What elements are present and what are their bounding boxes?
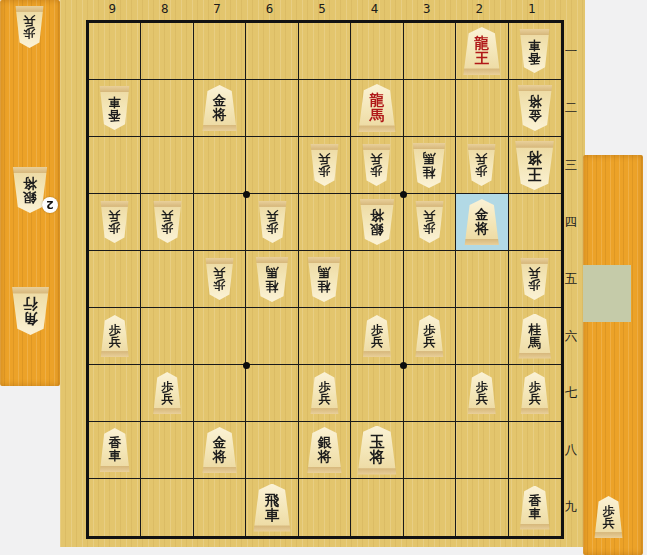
piece-kanji: 桂: [266, 279, 279, 292]
board-panel: 987654321 一二三四五六七八九 龍王香車香車金将龍馬金将歩兵歩兵桂馬歩兵…: [60, 0, 585, 547]
square-34[interactable]: 歩兵: [404, 194, 456, 251]
square-58[interactable]: 銀将: [299, 422, 351, 479]
piece-kanji: 兵: [476, 153, 488, 165]
piece-kanji: 歩: [161, 222, 173, 234]
piece-kanji: 兵: [109, 210, 121, 222]
square-75[interactable]: 歩兵: [194, 251, 246, 308]
piece-pawn-64[interactable]: 歩兵: [257, 201, 288, 243]
rank-label-3: 三: [561, 137, 581, 194]
piece-pawn-36[interactable]: 歩兵: [414, 315, 445, 357]
square-65[interactable]: 桂馬: [246, 251, 298, 308]
square-42[interactable]: 龍馬: [351, 80, 403, 137]
square-89[interactable]: [141, 479, 193, 536]
hand-count-badge: 2: [42, 197, 58, 213]
piece-king-13[interactable]: 王将: [513, 141, 556, 190]
square-96[interactable]: 歩兵: [89, 308, 141, 365]
square-27[interactable]: 歩兵: [456, 365, 508, 422]
piece-lance-19[interactable]: 香車: [518, 486, 551, 530]
square-94[interactable]: 歩兵: [89, 194, 141, 251]
square-33[interactable]: 桂馬: [404, 137, 456, 194]
square-24[interactable]: 金将: [456, 194, 508, 251]
gote-hand-pawn[interactable]: 歩兵: [14, 6, 45, 48]
piece-pawn-34[interactable]: 歩兵: [414, 201, 445, 243]
piece-kanji: 龍: [370, 93, 385, 108]
piece-dragon-king-21[interactable]: 龍王: [461, 27, 502, 75]
piece-kanji: 歩: [214, 279, 226, 291]
rank-label-7: 七: [561, 365, 581, 422]
piece-kanji: 兵: [318, 153, 330, 165]
square-62[interactable]: [246, 80, 298, 137]
square-46[interactable]: 歩兵: [351, 308, 403, 365]
square-86[interactable]: [141, 308, 193, 365]
square-61[interactable]: [246, 23, 298, 80]
piece-kanji: 将: [475, 222, 489, 236]
piece-pawn-94[interactable]: 歩兵: [99, 201, 130, 243]
piece-kanji: 銀: [23, 190, 37, 204]
rank-label-4: 四: [561, 194, 581, 251]
piece-pawn-96[interactable]: 歩兵: [99, 315, 130, 357]
piece-kanji: 龍: [475, 36, 490, 51]
piece-silver-44[interactable]: 銀将: [358, 199, 396, 245]
file-label-9: 9: [86, 1, 138, 18]
piece-kanji: 桂: [318, 279, 331, 292]
file-label-8: 8: [138, 1, 190, 18]
piece-pawn-43[interactable]: 歩兵: [361, 144, 392, 186]
selected-hand-slot[interactable]: [583, 265, 631, 322]
rank-label-8: 八: [561, 422, 581, 479]
piece-knight-65[interactable]: 桂馬: [254, 257, 290, 302]
square-19[interactable]: 香車: [509, 479, 561, 536]
square-49[interactable]: [351, 479, 403, 536]
square-97[interactable]: [89, 365, 141, 422]
piece-kanji: 歩: [423, 222, 435, 234]
square-72[interactable]: 金将: [194, 80, 246, 137]
star-point: [400, 362, 407, 369]
piece-pawn-84[interactable]: 歩兵: [152, 201, 183, 243]
shogi-app: 歩兵銀将2角行 987654321 一二三四五六七八九 龍王香車香車金将龍馬金将…: [0, 0, 647, 555]
piece-kanji: 兵: [161, 393, 173, 405]
square-17[interactable]: 歩兵: [509, 365, 561, 422]
square-74[interactable]: [194, 194, 246, 251]
square-23[interactable]: 歩兵: [456, 137, 508, 194]
piece-kanji: 車: [108, 450, 121, 463]
piece-kanji: 将: [369, 450, 384, 465]
piece-kanji: 将: [23, 176, 37, 190]
piece-kanji: 馬: [528, 336, 541, 349]
file-label-7: 7: [191, 1, 243, 18]
square-93[interactable]: [89, 137, 141, 194]
piece-lance-92[interactable]: 香車: [98, 86, 131, 130]
piece-rook-69[interactable]: 飛車: [252, 484, 293, 532]
gote-hand-bishop[interactable]: 角行: [10, 287, 51, 335]
square-85[interactable]: [141, 251, 193, 308]
square-43[interactable]: 歩兵: [351, 137, 403, 194]
piece-kanji: 兵: [529, 267, 541, 279]
piece-pawn-75[interactable]: 歩兵: [204, 258, 235, 300]
gote-hand-silver[interactable]: 銀将2: [11, 167, 49, 213]
sente-captured-stand: 歩兵: [583, 155, 643, 555]
square-28[interactable]: [456, 422, 508, 479]
piece-kanji: 歩: [318, 165, 330, 177]
square-41[interactable]: [351, 23, 403, 80]
square-76[interactable]: [194, 308, 246, 365]
square-73[interactable]: [194, 137, 246, 194]
piece-kanji: 車: [108, 95, 121, 108]
piece-pawn[interactable]: 歩兵: [593, 496, 624, 538]
square-26[interactable]: [456, 308, 508, 365]
square-18[interactable]: [509, 422, 561, 479]
piece-kanji: 歩: [529, 279, 541, 291]
square-64[interactable]: 歩兵: [246, 194, 298, 251]
sente-hand-pawn[interactable]: 歩兵: [593, 496, 624, 538]
piece-lance-98[interactable]: 香車: [98, 428, 131, 472]
square-84[interactable]: 歩兵: [141, 194, 193, 251]
square-68[interactable]: [246, 422, 298, 479]
square-79[interactable]: [194, 479, 246, 536]
piece-kanji: 飛: [265, 493, 280, 508]
piece-knight-55[interactable]: 桂馬: [306, 257, 342, 302]
rank-label-2: 二: [561, 80, 581, 137]
square-98[interactable]: 香車: [89, 422, 141, 479]
star-point: [243, 191, 250, 198]
piece-kanji: 兵: [371, 336, 383, 348]
piece-kanji: 兵: [371, 153, 383, 165]
piece-kanji: 銀: [370, 222, 384, 236]
square-16[interactable]: 桂馬: [509, 308, 561, 365]
square-63[interactable]: [246, 137, 298, 194]
rank-label-9: 九: [561, 479, 581, 536]
piece-pawn-57[interactable]: 歩兵: [309, 372, 340, 414]
square-78[interactable]: 金将: [194, 422, 246, 479]
piece-bishop[interactable]: 角行: [10, 287, 51, 335]
piece-kanji: 王: [527, 165, 542, 180]
square-44[interactable]: 銀将: [351, 194, 403, 251]
square-71[interactable]: [194, 23, 246, 80]
star-point: [243, 362, 250, 369]
piece-kanji: 歩: [476, 165, 488, 177]
square-59[interactable]: [299, 479, 351, 536]
piece-kanji: 将: [318, 450, 332, 464]
piece-king-48[interactable]: 玉将: [355, 426, 398, 475]
square-77[interactable]: [194, 365, 246, 422]
rank-labels: 一二三四五六七八九: [561, 23, 581, 536]
rank-label-1: 一: [561, 23, 581, 80]
piece-kanji: 将: [370, 208, 384, 222]
piece-kanji: 将: [527, 150, 542, 165]
square-67[interactable]: [246, 365, 298, 422]
piece-kanji: 兵: [266, 210, 278, 222]
rank-label-5: 五: [561, 251, 581, 308]
square-36[interactable]: 歩兵: [404, 308, 456, 365]
square-29[interactable]: [456, 479, 508, 536]
square-57[interactable]: 歩兵: [299, 365, 351, 422]
piece-kanji: 角: [23, 311, 38, 326]
square-95[interactable]: [89, 251, 141, 308]
piece-kanji: 馬: [318, 266, 331, 279]
piece-kanji: 兵: [423, 210, 435, 222]
piece-kanji: 馬: [266, 266, 279, 279]
piece-kanji: 兵: [24, 15, 36, 27]
file-labels: 987654321: [86, 1, 564, 18]
piece-pawn-53[interactable]: 歩兵: [309, 144, 340, 186]
square-31[interactable]: [404, 23, 456, 80]
piece-pawn-15[interactable]: 歩兵: [519, 258, 550, 300]
piece-kanji: 歩: [371, 165, 383, 177]
square-54[interactable]: [299, 194, 351, 251]
rank-label-6: 六: [561, 308, 581, 365]
square-81[interactable]: [141, 23, 193, 80]
square-45[interactable]: [351, 251, 403, 308]
gote-captured-stand: 歩兵銀将2角行: [0, 0, 60, 386]
piece-kanji: 兵: [476, 393, 488, 405]
square-37[interactable]: [404, 365, 456, 422]
piece-knight-33[interactable]: 桂馬: [411, 143, 447, 188]
piece-gold-12[interactable]: 金将: [516, 85, 554, 131]
square-91[interactable]: [89, 23, 141, 80]
square-47[interactable]: [351, 365, 403, 422]
square-39[interactable]: [404, 479, 456, 536]
square-21[interactable]: 龍王: [456, 23, 508, 80]
piece-kanji: 兵: [109, 336, 121, 348]
square-48[interactable]: 玉将: [351, 422, 403, 479]
square-13[interactable]: 王将: [509, 137, 561, 194]
square-92[interactable]: 香車: [89, 80, 141, 137]
piece-kanji: 兵: [161, 210, 173, 222]
piece-pawn-17[interactable]: 歩兵: [519, 372, 550, 414]
piece-kanji: 兵: [529, 393, 541, 405]
piece-kanji: 行: [23, 296, 38, 311]
square-32[interactable]: [404, 80, 456, 137]
square-12[interactable]: 金将: [509, 80, 561, 137]
square-87[interactable]: 歩兵: [141, 365, 193, 422]
square-22[interactable]: [456, 80, 508, 137]
square-25[interactable]: [456, 251, 508, 308]
piece-pawn-23[interactable]: 歩兵: [466, 144, 497, 186]
piece-lance-11[interactable]: 香車: [518, 29, 551, 73]
piece-kanji: 馬: [423, 152, 436, 165]
piece-pawn-87[interactable]: 歩兵: [152, 372, 183, 414]
piece-kanji: 車: [528, 38, 541, 51]
piece-knight-16[interactable]: 桂馬: [517, 314, 553, 359]
piece-silver-58[interactable]: 銀将: [305, 427, 343, 473]
piece-kanji: 金: [528, 108, 542, 122]
piece-kanji: 桂: [423, 165, 436, 178]
piece-kanji: 歩: [24, 27, 36, 39]
piece-kanji: 兵: [423, 336, 435, 348]
file-label-4: 4: [348, 1, 400, 18]
piece-kanji: 兵: [603, 517, 615, 529]
square-88[interactable]: [141, 422, 193, 479]
piece-kanji: 歩: [109, 222, 121, 234]
piece-kanji: 車: [528, 508, 541, 521]
file-label-2: 2: [453, 1, 505, 18]
piece-kanji: 車: [265, 508, 280, 523]
square-99[interactable]: [89, 479, 141, 536]
piece-kanji: 将: [528, 94, 542, 108]
file-label-1: 1: [506, 1, 558, 18]
piece-kanji: 将: [213, 108, 227, 122]
square-11[interactable]: 香車: [509, 23, 561, 80]
square-66[interactable]: [246, 308, 298, 365]
board-grid: 龍王香車香車金将龍馬金将歩兵歩兵桂馬歩兵王将歩兵歩兵歩兵銀将歩兵金将歩兵桂馬桂馬…: [86, 20, 564, 539]
square-52[interactable]: [299, 80, 351, 137]
piece-gold-24[interactable]: 金将: [463, 199, 501, 245]
piece-pawn-27[interactable]: 歩兵: [466, 372, 497, 414]
star-point: [400, 191, 407, 198]
square-51[interactable]: [299, 23, 351, 80]
square-38[interactable]: [404, 422, 456, 479]
piece-gold-78[interactable]: 金将: [201, 427, 239, 473]
file-label-6: 6: [243, 1, 295, 18]
piece-kanji: 歩: [266, 222, 278, 234]
square-83[interactable]: [141, 137, 193, 194]
piece-kanji: 兵: [214, 267, 226, 279]
square-56[interactable]: [299, 308, 351, 365]
piece-pawn-46[interactable]: 歩兵: [361, 315, 392, 357]
piece-kanji: 将: [213, 450, 227, 464]
file-label-5: 5: [296, 1, 348, 18]
square-35[interactable]: [404, 251, 456, 308]
square-14[interactable]: [509, 194, 561, 251]
piece-pawn[interactable]: 歩兵: [14, 6, 45, 48]
square-82[interactable]: [141, 80, 193, 137]
piece-kanji: 王: [475, 51, 490, 66]
piece-kanji: 桂: [528, 323, 541, 336]
square-53[interactable]: 歩兵: [299, 137, 351, 194]
file-label-3: 3: [401, 1, 453, 18]
square-15[interactable]: 歩兵: [509, 251, 561, 308]
piece-dragon-horse-42[interactable]: 龍馬: [356, 84, 397, 132]
piece-kanji: 馬: [370, 108, 385, 123]
square-55[interactable]: 桂馬: [299, 251, 351, 308]
piece-gold-72[interactable]: 金将: [201, 85, 239, 131]
piece-kanji: 兵: [318, 393, 330, 405]
square-69[interactable]: 飛車: [246, 479, 298, 536]
